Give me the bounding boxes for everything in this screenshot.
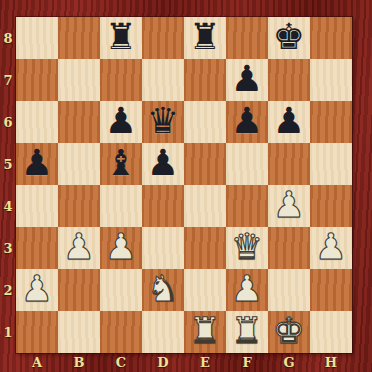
square-h2[interactable]	[310, 269, 352, 311]
square-f3[interactable]: ♛	[226, 227, 268, 269]
square-e8[interactable]: ♜	[184, 17, 226, 59]
square-a3[interactable]	[16, 227, 58, 269]
square-a2[interactable]: ♟	[16, 269, 58, 311]
piece-black-pawn: ♟	[273, 103, 305, 139]
square-b4[interactable]	[58, 185, 100, 227]
piece-black-pawn: ♟	[231, 61, 263, 97]
square-a5[interactable]: ♟	[16, 143, 58, 185]
piece-black-rook: ♜	[105, 19, 137, 55]
piece-white-pawn: ♟	[315, 229, 347, 265]
square-c8[interactable]: ♜	[100, 17, 142, 59]
square-g3[interactable]	[268, 227, 310, 269]
piece-white-rook: ♜	[231, 313, 263, 349]
piece-black-queen: ♛	[147, 103, 179, 139]
square-h3[interactable]: ♟	[310, 227, 352, 269]
piece-black-rook: ♜	[189, 19, 221, 55]
square-b3[interactable]: ♟	[58, 227, 100, 269]
square-b1[interactable]	[58, 311, 100, 353]
square-b6[interactable]	[58, 101, 100, 143]
rank-label-6: 6	[0, 101, 16, 143]
square-e2[interactable]	[184, 269, 226, 311]
piece-white-king: ♚	[273, 313, 305, 349]
piece-white-pawn: ♟	[63, 229, 95, 265]
piece-white-rook: ♜	[189, 313, 221, 349]
square-c5[interactable]: ♝	[100, 143, 142, 185]
rank-label-4: 4	[0, 185, 16, 227]
square-e4[interactable]	[184, 185, 226, 227]
rank-label-5: 5	[0, 143, 16, 185]
square-e5[interactable]	[184, 143, 226, 185]
file-labels: ABCDEFGH	[16, 353, 352, 372]
square-f4[interactable]	[226, 185, 268, 227]
file-label-a: A	[16, 353, 58, 372]
rank-label-1: 1	[0, 311, 16, 353]
square-c3[interactable]: ♟	[100, 227, 142, 269]
square-d7[interactable]	[142, 59, 184, 101]
square-h7[interactable]	[310, 59, 352, 101]
piece-black-pawn: ♟	[21, 145, 53, 181]
square-b5[interactable]	[58, 143, 100, 185]
square-d6[interactable]: ♛	[142, 101, 184, 143]
square-f5[interactable]	[226, 143, 268, 185]
square-g7[interactable]	[268, 59, 310, 101]
piece-white-knight: ♞	[147, 271, 179, 307]
square-f6[interactable]: ♟	[226, 101, 268, 143]
square-f1[interactable]: ♜	[226, 311, 268, 353]
square-d5[interactable]: ♟	[142, 143, 184, 185]
square-e1[interactable]: ♜	[184, 311, 226, 353]
square-c2[interactable]	[100, 269, 142, 311]
square-c7[interactable]	[100, 59, 142, 101]
square-b8[interactable]	[58, 17, 100, 59]
square-h8[interactable]	[310, 17, 352, 59]
piece-white-queen: ♛	[231, 229, 263, 265]
square-f2[interactable]: ♟	[226, 269, 268, 311]
square-a4[interactable]	[16, 185, 58, 227]
square-e3[interactable]	[184, 227, 226, 269]
square-b7[interactable]	[58, 59, 100, 101]
file-label-g: G	[268, 353, 310, 372]
chess-board-frame: 87654321 ♜♜♚♟♟♛♟♟♟♝♟♟♟♟♛♟♟♞♟♜♜♚ ABCDEFGH	[0, 0, 372, 372]
piece-black-pawn: ♟	[105, 103, 137, 139]
file-label-f: F	[226, 353, 268, 372]
file-label-h: H	[310, 353, 352, 372]
square-a6[interactable]	[16, 101, 58, 143]
square-d1[interactable]	[142, 311, 184, 353]
square-h4[interactable]	[310, 185, 352, 227]
square-d3[interactable]	[142, 227, 184, 269]
file-label-c: C	[100, 353, 142, 372]
square-h1[interactable]	[310, 311, 352, 353]
square-h6[interactable]	[310, 101, 352, 143]
square-g2[interactable]	[268, 269, 310, 311]
square-d4[interactable]	[142, 185, 184, 227]
rank-label-3: 3	[0, 227, 16, 269]
piece-white-pawn: ♟	[273, 187, 305, 223]
square-b2[interactable]	[58, 269, 100, 311]
square-c1[interactable]	[100, 311, 142, 353]
piece-black-king: ♚	[273, 19, 305, 55]
piece-black-bishop: ♝	[105, 145, 137, 181]
rank-labels: 87654321	[0, 17, 16, 353]
square-f7[interactable]: ♟	[226, 59, 268, 101]
square-c6[interactable]: ♟	[100, 101, 142, 143]
square-g1[interactable]: ♚	[268, 311, 310, 353]
square-g4[interactable]: ♟	[268, 185, 310, 227]
rank-label-7: 7	[0, 59, 16, 101]
piece-white-pawn: ♟	[21, 271, 53, 307]
piece-white-pawn: ♟	[231, 271, 263, 307]
square-a7[interactable]	[16, 59, 58, 101]
file-label-d: D	[142, 353, 184, 372]
square-f8[interactable]	[226, 17, 268, 59]
rank-label-2: 2	[0, 269, 16, 311]
square-c4[interactable]	[100, 185, 142, 227]
square-a8[interactable]	[16, 17, 58, 59]
piece-white-pawn: ♟	[105, 229, 137, 265]
chess-board: ♜♜♚♟♟♛♟♟♟♝♟♟♟♟♛♟♟♞♟♜♜♚	[16, 17, 352, 353]
square-d2[interactable]: ♞	[142, 269, 184, 311]
file-label-e: E	[184, 353, 226, 372]
square-d8[interactable]	[142, 17, 184, 59]
square-e7[interactable]	[184, 59, 226, 101]
square-g5[interactable]	[268, 143, 310, 185]
piece-black-pawn: ♟	[231, 103, 263, 139]
file-label-b: B	[58, 353, 100, 372]
square-e6[interactable]	[184, 101, 226, 143]
square-g8[interactable]: ♚	[268, 17, 310, 59]
square-g6[interactable]: ♟	[268, 101, 310, 143]
square-h5[interactable]	[310, 143, 352, 185]
piece-black-pawn: ♟	[147, 145, 179, 181]
square-a1[interactable]	[16, 311, 58, 353]
rank-label-8: 8	[0, 17, 16, 59]
